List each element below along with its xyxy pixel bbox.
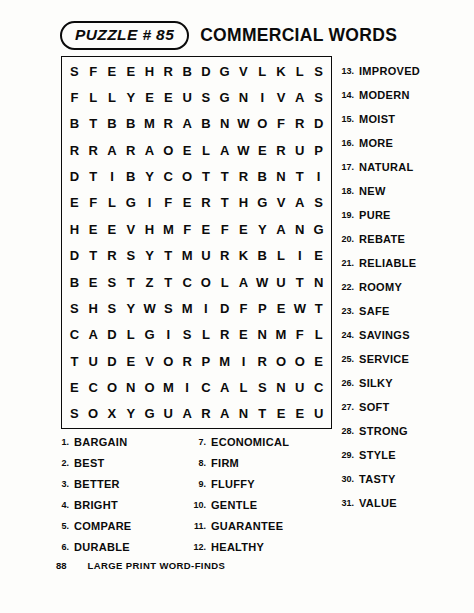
cell-r8c1[interactable]: D <box>65 243 84 269</box>
cell-r13c12[interactable]: N <box>272 374 291 400</box>
cell-r2c13[interactable]: A <box>290 84 309 110</box>
cell-r12c4[interactable]: E <box>121 348 140 374</box>
word-text: SAVINGS <box>359 329 410 341</box>
cell-r13c7[interactable]: I <box>178 374 197 400</box>
word-list-item-value: 31.VALUE <box>337 491 420 515</box>
cell-r6c13[interactable]: A <box>290 190 309 216</box>
cell-r10c13[interactable]: W <box>290 295 309 321</box>
cell-r3c11[interactable]: O <box>253 111 272 137</box>
word-number: 18. <box>337 186 354 196</box>
cell-r6c6[interactable]: F <box>159 190 178 216</box>
word-list-item-gentle: 10.GENTLE <box>189 494 289 515</box>
word-number: 30. <box>337 474 354 484</box>
cell-r4c10[interactable]: W <box>234 137 253 163</box>
cell-r7c10[interactable]: E <box>234 216 253 242</box>
cell-r4c3[interactable]: A <box>103 137 122 163</box>
cell-r13c5[interactable]: O <box>140 374 159 400</box>
cell-r11c6[interactable]: I <box>159 322 178 348</box>
word-list-item-improved: 13.IMPROVED <box>337 59 420 83</box>
word-text: FIRM <box>211 457 239 469</box>
cell-r8c11[interactable]: B <box>253 243 272 269</box>
cell-r11c13[interactable]: F <box>290 322 309 348</box>
word-number: 10. <box>189 500 206 510</box>
cell-r8c14[interactable]: E <box>309 243 328 269</box>
cell-r14c14[interactable]: U <box>309 401 328 427</box>
cell-r12c14[interactable]: E <box>309 348 328 374</box>
word-number: 11. <box>189 521 206 531</box>
cell-r5c13[interactable]: T <box>290 163 309 189</box>
cell-r14c6[interactable]: U <box>159 401 178 427</box>
cell-r9c3[interactable]: S <box>103 269 122 295</box>
cell-r5c8[interactable]: T <box>197 163 216 189</box>
cell-r6c2[interactable]: F <box>84 190 103 216</box>
cell-r1c1[interactable]: S <box>65 58 84 84</box>
cell-r3c2[interactable]: T <box>84 111 103 137</box>
word-text: MORE <box>359 137 393 149</box>
cell-r6c10[interactable]: H <box>234 190 253 216</box>
cell-r4c1[interactable]: R <box>65 137 84 163</box>
word-list-item-rebate: 20.REBATE <box>337 227 420 251</box>
cell-r11c1[interactable]: C <box>65 322 84 348</box>
cell-r13c11[interactable]: S <box>253 374 272 400</box>
cell-r1c4[interactable]: E <box>121 58 140 84</box>
cell-r11c7[interactable]: S <box>178 322 197 348</box>
cell-r6c9[interactable]: T <box>215 190 234 216</box>
cell-r10c6[interactable]: S <box>159 295 178 321</box>
cell-r11c8[interactable]: L <box>197 322 216 348</box>
cell-r9c8[interactable]: O <box>197 269 216 295</box>
cell-r4c14[interactable]: P <box>309 137 328 163</box>
word-number: 9. <box>189 479 206 489</box>
cell-r5c4[interactable]: B <box>121 163 140 189</box>
cell-r13c13[interactable]: U <box>290 374 309 400</box>
word-text: HEALTHY <box>211 541 264 553</box>
cell-r6c5[interactable]: I <box>140 190 159 216</box>
cell-r12c6[interactable]: O <box>159 348 178 374</box>
word-number: 17. <box>337 162 354 172</box>
cell-r9c9[interactable]: L <box>215 269 234 295</box>
word-list-item-economical: 7.ECONOMICAL <box>189 431 289 452</box>
cell-r8c3[interactable]: R <box>103 243 122 269</box>
cell-r7c1[interactable]: H <box>65 216 84 242</box>
cell-r4c12[interactable]: R <box>272 137 291 163</box>
cell-r7c6[interactable]: M <box>159 216 178 242</box>
word-number: 1. <box>52 437 69 447</box>
word-list-item-pure: 19.PURE <box>337 203 420 227</box>
cell-r1c13[interactable]: L <box>290 58 309 84</box>
cell-r10c14[interactable]: T <box>309 295 328 321</box>
cell-r14c13[interactable]: E <box>290 401 309 427</box>
word-list-item-compare: 5.COMPARE <box>52 515 132 536</box>
cell-r13c10[interactable]: L <box>234 374 253 400</box>
cell-r1c5[interactable]: H <box>140 58 159 84</box>
cell-r11c5[interactable]: G <box>140 322 159 348</box>
cell-r10c11[interactable]: P <box>253 295 272 321</box>
cell-r12c13[interactable]: O <box>290 348 309 374</box>
cell-r11c14[interactable]: L <box>309 322 328 348</box>
cell-r5c12[interactable]: N <box>272 163 291 189</box>
word-text: SOFT <box>359 401 390 413</box>
cell-r11c2[interactable]: A <box>84 322 103 348</box>
cell-r9c12[interactable]: U <box>272 269 291 295</box>
puzzle-page: PUZZLE # 85 COMMERCIAL WORDS SFEEHRBDGVL… <box>0 0 474 613</box>
cell-r1c12[interactable]: K <box>272 58 291 84</box>
cell-r8c7[interactable]: M <box>178 243 197 269</box>
cell-r2c9[interactable]: G <box>215 84 234 110</box>
cell-r10c9[interactable]: D <box>215 295 234 321</box>
cell-r14c12[interactable]: E <box>272 401 291 427</box>
cell-r7c4[interactable]: V <box>121 216 140 242</box>
word-number: 27. <box>337 402 354 412</box>
cell-r1c3[interactable]: E <box>103 58 122 84</box>
cell-r4c6[interactable]: O <box>159 137 178 163</box>
cell-r12c10[interactable]: I <box>234 348 253 374</box>
cell-r7c14[interactable]: G <box>309 216 328 242</box>
cell-r2c1[interactable]: F <box>65 84 84 110</box>
word-text: BARGAIN <box>74 436 127 448</box>
cell-r12c11[interactable]: R <box>253 348 272 374</box>
word-text: ECONOMICAL <box>211 436 289 448</box>
cell-r1c7[interactable]: B <box>178 58 197 84</box>
cell-r12c9[interactable]: M <box>215 348 234 374</box>
word-text: MODERN <box>359 89 410 101</box>
cell-r3c10[interactable]: W <box>234 111 253 137</box>
cell-r5c11[interactable]: B <box>253 163 272 189</box>
cell-r4c8[interactable]: L <box>197 137 216 163</box>
word-list-item-modern: 14.MODERN <box>337 83 420 107</box>
word-text: BETTER <box>74 478 120 490</box>
cell-r7c3[interactable]: E <box>103 216 122 242</box>
cell-r4c4[interactable]: R <box>121 137 140 163</box>
word-text: IMPROVED <box>359 65 420 77</box>
word-search-board: SFEEHRBDGVLKLSFLLYEEUSGNIVASBTBBMRABNWOF… <box>61 56 332 429</box>
cell-r11c10[interactable]: E <box>234 322 253 348</box>
cell-r1c14[interactable]: S <box>309 58 328 84</box>
cell-r7c5[interactable]: H <box>140 216 159 242</box>
puzzle-number-badge: PUZZLE # 85 <box>60 21 189 50</box>
word-number: 19. <box>337 210 354 220</box>
book-title: LARGE PRINT WORD-FINDS <box>88 560 226 571</box>
cell-r7c2[interactable]: E <box>84 216 103 242</box>
cell-r9c2[interactable]: E <box>84 269 103 295</box>
cell-r9c6[interactable]: T <box>159 269 178 295</box>
cell-r13c1[interactable]: E <box>65 374 84 400</box>
word-number: 28. <box>337 426 354 436</box>
cell-r5c3[interactable]: I <box>103 163 122 189</box>
cell-r13c6[interactable]: M <box>159 374 178 400</box>
cell-r10c4[interactable]: Y <box>121 295 140 321</box>
cell-r2c3[interactable]: L <box>103 84 122 110</box>
cell-r5c14[interactable]: I <box>309 163 328 189</box>
word-text: ROOMY <box>359 281 402 293</box>
cell-r3c14[interactable]: D <box>309 111 328 137</box>
cell-r5c10[interactable]: R <box>234 163 253 189</box>
word-list-item-savings: 24.SAVINGS <box>337 323 420 347</box>
word-list-bottom-middle: 7.ECONOMICAL8.FIRM9.FLUFFY10.GENTLE11.GU… <box>189 431 289 557</box>
cell-r11c9[interactable]: R <box>215 322 234 348</box>
cell-r9c5[interactable]: Z <box>140 269 159 295</box>
cell-r9c14[interactable]: N <box>309 269 328 295</box>
word-number: 24. <box>337 330 354 340</box>
footer: 88 LARGE PRINT WORD-FINDS <box>56 560 225 571</box>
word-list-item-roomy: 22.ROOMY <box>337 275 420 299</box>
word-number: 21. <box>337 258 354 268</box>
word-text: SERVICE <box>359 353 409 365</box>
word-text: PURE <box>359 209 391 221</box>
cell-r6c8[interactable]: R <box>197 190 216 216</box>
cell-r10c1[interactable]: S <box>65 295 84 321</box>
word-list-item-tasty: 30.TASTY <box>337 467 420 491</box>
cell-r6c4[interactable]: G <box>121 190 140 216</box>
cell-r10c5[interactable]: W <box>140 295 159 321</box>
word-text: STRONG <box>359 425 408 437</box>
word-number: 3. <box>52 479 69 489</box>
word-text: BRIGHT <box>74 499 118 511</box>
cell-r14c7[interactable]: A <box>178 401 197 427</box>
cell-r3c8[interactable]: B <box>197 111 216 137</box>
cell-r4c13[interactable]: U <box>290 137 309 163</box>
word-text: MOIST <box>359 113 395 125</box>
cell-r8c5[interactable]: Y <box>140 243 159 269</box>
word-text: NEW <box>359 185 386 197</box>
cell-r14c4[interactable]: Y <box>121 401 140 427</box>
cell-r6c14[interactable]: S <box>309 190 328 216</box>
word-number: 25. <box>337 354 354 364</box>
cell-r12c2[interactable]: U <box>84 348 103 374</box>
word-list-item-style: 29.STYLE <box>337 443 420 467</box>
cell-r11c11[interactable]: N <box>253 322 272 348</box>
cell-r3c12[interactable]: F <box>272 111 291 137</box>
header: PUZZLE # 85 COMMERCIAL WORDS <box>60 21 397 50</box>
cell-r14c11[interactable]: T <box>253 401 272 427</box>
cell-r2c10[interactable]: N <box>234 84 253 110</box>
word-number: 2. <box>52 458 69 468</box>
cell-r14c9[interactable]: A <box>215 401 234 427</box>
word-list-right: 13.IMPROVED14.MODERN15.MOIST16.MORE17.NA… <box>337 59 420 515</box>
cell-r1c11[interactable]: L <box>253 58 272 84</box>
cell-r13c3[interactable]: O <box>103 374 122 400</box>
word-list-item-more: 16.MORE <box>337 131 420 155</box>
word-list-item-firm: 8.FIRM <box>189 452 289 473</box>
cell-r3c1[interactable]: B <box>65 111 84 137</box>
cell-r8c12[interactable]: L <box>272 243 291 269</box>
word-list-item-durable: 6.DURABLE <box>52 536 132 557</box>
page-title: COMMERCIAL WORDS <box>200 25 397 46</box>
cell-r13c8[interactable]: C <box>197 374 216 400</box>
cell-r3c3[interactable]: B <box>103 111 122 137</box>
cell-r7c13[interactable]: N <box>290 216 309 242</box>
cell-r8c6[interactable]: T <box>159 243 178 269</box>
cell-r12c5[interactable]: V <box>140 348 159 374</box>
cell-r12c7[interactable]: R <box>178 348 197 374</box>
word-text: TASTY <box>359 473 396 485</box>
cell-r9c13[interactable]: T <box>290 269 309 295</box>
word-text: RELIABLE <box>359 257 416 269</box>
cell-r7c7[interactable]: F <box>178 216 197 242</box>
word-number: 12. <box>189 542 206 552</box>
cell-r12c8[interactable]: P <box>197 348 216 374</box>
word-text: GUARANTEE <box>211 520 283 532</box>
word-list-item-healthy: 12.HEALTHY <box>189 536 289 557</box>
cell-r7c12[interactable]: A <box>272 216 291 242</box>
cell-r9c4[interactable]: T <box>121 269 140 295</box>
word-text: REBATE <box>359 233 405 245</box>
word-number: 14. <box>337 90 354 100</box>
cell-r6c3[interactable]: L <box>103 190 122 216</box>
cell-r4c2[interactable]: R <box>84 137 103 163</box>
word-number: 7. <box>189 437 206 447</box>
page-number: 88 <box>56 560 67 571</box>
word-text: NATURAL <box>359 161 413 173</box>
word-number: 31. <box>337 498 354 508</box>
word-text: COMPARE <box>74 520 132 532</box>
word-number: 22. <box>337 282 354 292</box>
cell-r2c6[interactable]: E <box>159 84 178 110</box>
cell-r2c2[interactable]: L <box>84 84 103 110</box>
cell-r2c14[interactable]: S <box>309 84 328 110</box>
cell-r10c10[interactable]: F <box>234 295 253 321</box>
word-number: 15. <box>337 114 354 124</box>
word-list-bottom-left: 1.BARGAIN2.BEST3.BETTER4.BRIGHT5.COMPARE… <box>52 431 132 557</box>
cell-r11c4[interactable]: L <box>121 322 140 348</box>
word-text: SILKY <box>359 377 393 389</box>
cell-r4c7[interactable]: E <box>178 137 197 163</box>
cell-r7c8[interactable]: E <box>197 216 216 242</box>
word-list-item-bargain: 1.BARGAIN <box>52 431 132 452</box>
cell-r10c2[interactable]: H <box>84 295 103 321</box>
cell-r2c8[interactable]: S <box>197 84 216 110</box>
cell-r8c9[interactable]: R <box>215 243 234 269</box>
cell-r14c5[interactable]: G <box>140 401 159 427</box>
cell-r5c6[interactable]: C <box>159 163 178 189</box>
cell-r4c5[interactable]: A <box>140 137 159 163</box>
cell-r4c11[interactable]: E <box>253 137 272 163</box>
cell-r7c11[interactable]: Y <box>253 216 272 242</box>
cell-r3c13[interactable]: R <box>290 111 309 137</box>
cell-r2c11[interactable]: I <box>253 84 272 110</box>
cell-r6c7[interactable]: E <box>178 190 197 216</box>
cell-r8c2[interactable]: T <box>84 243 103 269</box>
cell-r10c7[interactable]: M <box>178 295 197 321</box>
word-list-item-best: 2.BEST <box>52 452 132 473</box>
cell-r1c6[interactable]: R <box>159 58 178 84</box>
cell-r5c9[interactable]: T <box>215 163 234 189</box>
word-number: 6. <box>52 542 69 552</box>
cell-r1c2[interactable]: F <box>84 58 103 84</box>
word-number: 20. <box>337 234 354 244</box>
cell-r1c9[interactable]: G <box>215 58 234 84</box>
word-list-item-silky: 26.SILKY <box>337 371 420 395</box>
cell-r13c2[interactable]: C <box>84 374 103 400</box>
cell-r8c8[interactable]: U <box>197 243 216 269</box>
word-number: 8. <box>189 458 206 468</box>
word-list-item-service: 25.SERVICE <box>337 347 420 371</box>
word-number: 5. <box>52 521 69 531</box>
cell-r2c7[interactable]: U <box>178 84 197 110</box>
cell-r14c10[interactable]: N <box>234 401 253 427</box>
cell-r3c9[interactable]: N <box>215 111 234 137</box>
cell-r9c1[interactable]: B <box>65 269 84 295</box>
word-text: STYLE <box>359 449 396 461</box>
word-number: 16. <box>337 138 354 148</box>
cell-r1c8[interactable]: D <box>197 58 216 84</box>
cell-r2c5[interactable]: E <box>140 84 159 110</box>
word-list-item-reliable: 21.RELIABLE <box>337 251 420 275</box>
cell-r2c4[interactable]: Y <box>121 84 140 110</box>
word-number: 26. <box>337 378 354 388</box>
word-text: VALUE <box>359 497 397 509</box>
cell-r9c7[interactable]: C <box>178 269 197 295</box>
cell-r13c14[interactable]: C <box>309 374 328 400</box>
cell-r6c12[interactable]: V <box>272 190 291 216</box>
word-list-item-soft: 27.SOFT <box>337 395 420 419</box>
cell-r13c4[interactable]: N <box>121 374 140 400</box>
word-number: 4. <box>52 500 69 510</box>
cell-r14c2[interactable]: O <box>84 401 103 427</box>
cell-r10c3[interactable]: S <box>103 295 122 321</box>
word-text: SAFE <box>359 305 390 317</box>
word-list-item-better: 3.BETTER <box>52 473 132 494</box>
cell-r14c1[interactable]: S <box>65 401 84 427</box>
cell-r3c5[interactable]: M <box>140 111 159 137</box>
cell-r3c4[interactable]: B <box>121 111 140 137</box>
cell-r5c2[interactable]: T <box>84 163 103 189</box>
cell-r11c12[interactable]: M <box>272 322 291 348</box>
word-list-item-fluffy: 9.FLUFFY <box>189 473 289 494</box>
cell-r5c1[interactable]: D <box>65 163 84 189</box>
cell-r14c3[interactable]: X <box>103 401 122 427</box>
word-text: DURABLE <box>74 541 130 553</box>
word-list-item-safe: 23.SAFE <box>337 299 420 323</box>
word-list-item-new: 18.NEW <box>337 179 420 203</box>
word-number: 23. <box>337 306 354 316</box>
cell-r8c13[interactable]: I <box>290 243 309 269</box>
cell-r4c9[interactable]: A <box>215 137 234 163</box>
cell-r5c7[interactable]: O <box>178 163 197 189</box>
cell-r2c12[interactable]: V <box>272 84 291 110</box>
cell-r13c9[interactable]: A <box>215 374 234 400</box>
cell-r7c9[interactable]: F <box>215 216 234 242</box>
cell-r5c5[interactable]: Y <box>140 163 159 189</box>
cell-r3c6[interactable]: R <box>159 111 178 137</box>
cell-r3c7[interactable]: A <box>178 111 197 137</box>
cell-r10c8[interactable]: I <box>197 295 216 321</box>
word-list-item-guarantee: 11.GUARANTEE <box>189 515 289 536</box>
cell-r6c11[interactable]: G <box>253 190 272 216</box>
word-text: BEST <box>74 457 105 469</box>
word-text: FLUFFY <box>211 478 255 490</box>
puzzle-number-label: PUZZLE # 85 <box>75 26 174 43</box>
cell-r12c1[interactable]: T <box>65 348 84 374</box>
cell-r6c1[interactable]: E <box>65 190 84 216</box>
word-list-item-bright: 4.BRIGHT <box>52 494 132 515</box>
word-list-item-moist: 15.MOIST <box>337 107 420 131</box>
word-number: 29. <box>337 450 354 460</box>
cell-r12c3[interactable]: D <box>103 348 122 374</box>
cell-r12c12[interactable]: O <box>272 348 291 374</box>
word-text: GENTLE <box>211 499 257 511</box>
word-list-item-strong: 28.STRONG <box>337 419 420 443</box>
cell-r9c11[interactable]: W <box>253 269 272 295</box>
cell-r8c10[interactable]: K <box>234 243 253 269</box>
cell-r11c3[interactable]: D <box>103 322 122 348</box>
cell-r8c4[interactable]: S <box>121 243 140 269</box>
cell-r1c10[interactable]: V <box>234 58 253 84</box>
cell-r10c12[interactable]: E <box>272 295 291 321</box>
word-number: 13. <box>337 66 354 76</box>
cell-r14c8[interactable]: R <box>197 401 216 427</box>
cell-r9c10[interactable]: A <box>234 269 253 295</box>
